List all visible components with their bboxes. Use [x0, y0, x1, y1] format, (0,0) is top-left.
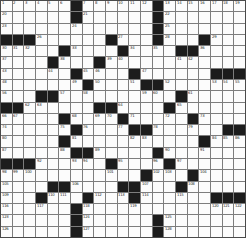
crossword-cell[interactable] [24, 12, 35, 22]
crossword-cell[interactable] [83, 114, 94, 124]
crossword-cell[interactable] [36, 170, 47, 180]
crossword-cell[interactable] [106, 91, 117, 101]
crossword-cell[interactable] [153, 204, 164, 214]
crossword-cell[interactable]: 65 [176, 103, 187, 113]
crossword-cell[interactable] [106, 227, 117, 237]
crossword-cell[interactable]: 91 [199, 148, 210, 158]
crossword-cell[interactable] [94, 136, 105, 146]
crossword-cell[interactable]: 47 [141, 69, 152, 79]
crossword-cell[interactable] [234, 35, 245, 45]
crossword-cell[interactable] [164, 125, 175, 135]
crossword-cell[interactable] [13, 80, 24, 90]
crossword-cell[interactable]: 109 [1, 193, 12, 203]
crossword-cell[interactable] [211, 46, 222, 56]
crossword-cell[interactable] [36, 24, 47, 34]
crossword-cell[interactable]: 44 [48, 69, 59, 79]
crossword-cell[interactable]: 62 [24, 103, 35, 113]
crossword-cell[interactable]: 48 [1, 80, 12, 90]
crossword-cell[interactable]: 23 [1, 24, 12, 34]
crossword-cell[interactable] [13, 204, 24, 214]
crossword-cell[interactable] [153, 193, 164, 203]
crossword-cell[interactable] [153, 57, 164, 67]
crossword-cell[interactable]: 113 [118, 193, 129, 203]
crossword-cell[interactable]: 7 [83, 1, 94, 11]
crossword-cell[interactable]: 59 [141, 91, 152, 101]
crossword-cell[interactable] [141, 215, 152, 225]
crossword-cell[interactable] [59, 159, 70, 169]
crossword-cell[interactable]: 20 [1, 12, 12, 22]
crossword-cell[interactable] [129, 170, 140, 180]
crossword-cell[interactable] [94, 215, 105, 225]
crossword-cell[interactable] [24, 193, 35, 203]
crossword-cell[interactable] [36, 182, 47, 192]
crossword-cell[interactable] [118, 91, 129, 101]
crossword-cell[interactable]: 64 [118, 103, 129, 113]
crossword-cell[interactable]: 88 [59, 148, 70, 158]
crossword-cell[interactable] [59, 69, 70, 79]
crossword-cell[interactable] [129, 57, 140, 67]
crossword-cell[interactable] [71, 193, 82, 203]
crossword-cell[interactable]: 9 [106, 1, 117, 11]
crossword-cell[interactable]: 124 [83, 215, 94, 225]
crossword-cell[interactable] [94, 227, 105, 237]
crossword-cell[interactable]: 32 [24, 46, 35, 56]
crossword-cell[interactable] [13, 193, 24, 203]
crossword-cell[interactable] [164, 204, 175, 214]
crossword-cell[interactable] [36, 114, 47, 124]
crossword-cell[interactable] [118, 148, 129, 158]
crossword-cell[interactable] [199, 80, 210, 90]
crossword-cell[interactable]: 121 [223, 204, 234, 214]
crossword-cell[interactable] [106, 12, 117, 22]
crossword-cell[interactable] [188, 136, 199, 146]
crossword-cell[interactable] [118, 80, 129, 90]
crossword-cell[interactable]: 119 [129, 204, 140, 214]
crossword-cell[interactable] [176, 12, 187, 22]
crossword-cell[interactable] [36, 125, 47, 135]
crossword-cell[interactable] [176, 24, 187, 34]
crossword-cell[interactable] [188, 103, 199, 113]
crossword-cell[interactable]: 105 [1, 182, 12, 192]
crossword-cell[interactable] [223, 170, 234, 180]
crossword-cell[interactable] [211, 215, 222, 225]
crossword-cell[interactable] [176, 114, 187, 124]
crossword-cell[interactable]: 53 [211, 80, 222, 90]
crossword-cell[interactable] [48, 12, 59, 22]
crossword-cell[interactable] [94, 24, 105, 34]
crossword-cell[interactable]: 16 [199, 1, 210, 11]
crossword-cell[interactable]: 6 [59, 1, 70, 11]
crossword-cell[interactable] [36, 12, 47, 22]
crossword-cell[interactable] [188, 69, 199, 79]
crossword-cell[interactable] [48, 215, 59, 225]
crossword-cell[interactable] [24, 80, 35, 90]
crossword-cell[interactable] [13, 125, 24, 135]
crossword-cell[interactable] [199, 204, 210, 214]
crossword-cell[interactable]: 128 [164, 227, 175, 237]
crossword-cell[interactable] [223, 148, 234, 158]
crossword-cell[interactable] [153, 114, 164, 124]
crossword-cell[interactable]: 100 [24, 170, 35, 180]
crossword-cell[interactable]: 42 [188, 57, 199, 67]
crossword-cell[interactable] [13, 215, 24, 225]
crossword-cell[interactable] [94, 35, 105, 45]
crossword-cell[interactable]: 68 [71, 114, 82, 124]
crossword-cell[interactable]: 37 [1, 57, 12, 67]
crossword-cell[interactable]: 55 [234, 80, 245, 90]
crossword-cell[interactable] [71, 103, 82, 113]
crossword-cell[interactable] [24, 148, 35, 158]
crossword-cell[interactable] [141, 35, 152, 45]
crossword-cell[interactable] [24, 114, 35, 124]
crossword-cell[interactable] [211, 12, 222, 22]
crossword-cell[interactable]: 122 [234, 204, 245, 214]
crossword-cell[interactable]: 41 [176, 57, 187, 67]
crossword-cell[interactable] [106, 136, 117, 146]
crossword-cell[interactable] [199, 182, 210, 192]
crossword-cell[interactable]: 82 [129, 136, 140, 146]
crossword-cell[interactable] [24, 91, 35, 101]
crossword-cell[interactable] [176, 136, 187, 146]
crossword-cell[interactable] [59, 227, 70, 237]
crossword-cell[interactable]: 3 [24, 1, 35, 11]
crossword-cell[interactable] [141, 103, 152, 113]
crossword-cell[interactable] [13, 182, 24, 192]
crossword-cell[interactable] [188, 227, 199, 237]
crossword-cell[interactable] [141, 114, 152, 124]
crossword-cell[interactable] [141, 12, 152, 22]
crossword-cell[interactable]: 8 [94, 1, 105, 11]
crossword-cell[interactable] [234, 148, 245, 158]
crossword-cell[interactable] [129, 103, 140, 113]
crossword-cell[interactable]: 10 [118, 1, 129, 11]
crossword-cell[interactable]: 19 [234, 1, 245, 11]
crossword-cell[interactable]: 79 [188, 125, 199, 135]
crossword-cell[interactable] [234, 182, 245, 192]
crossword-cell[interactable] [24, 182, 35, 192]
crossword-cell[interactable] [211, 125, 222, 135]
crossword-cell[interactable] [164, 182, 175, 192]
crossword-cell[interactable]: 11 [129, 1, 140, 11]
crossword-cell[interactable]: 70 [106, 114, 117, 124]
crossword-cell[interactable]: 29 [211, 35, 222, 45]
crossword-cell[interactable] [83, 24, 94, 34]
crossword-cell[interactable] [223, 159, 234, 169]
crossword-cell[interactable]: 43 [1, 69, 12, 79]
crossword-cell[interactable]: 36 [199, 46, 210, 56]
crossword-cell[interactable] [83, 46, 94, 56]
crossword-cell[interactable] [164, 46, 175, 56]
crossword-cell[interactable]: 13 [164, 1, 175, 11]
crossword-cell[interactable] [153, 182, 164, 192]
crossword-cell[interactable] [199, 24, 210, 34]
crossword-cell[interactable] [211, 182, 222, 192]
crossword-cell[interactable]: 114 [141, 193, 152, 203]
crossword-cell[interactable] [223, 182, 234, 192]
crossword-cell[interactable] [71, 35, 82, 45]
crossword-cell[interactable] [94, 159, 105, 169]
crossword-cell[interactable] [164, 136, 175, 146]
crossword-cell[interactable] [48, 125, 59, 135]
crossword-cell[interactable] [94, 204, 105, 214]
crossword-cell[interactable]: 86 [234, 136, 245, 146]
crossword-cell[interactable] [188, 80, 199, 90]
crossword-cell[interactable] [83, 57, 94, 67]
crossword-cell[interactable] [24, 24, 35, 34]
crossword-cell[interactable]: 80 [1, 136, 12, 146]
crossword-cell[interactable] [164, 57, 175, 67]
crossword-cell[interactable]: 26 [36, 35, 47, 45]
crossword-cell[interactable] [234, 12, 245, 22]
crossword-cell[interactable] [106, 80, 117, 90]
crossword-cell[interactable]: 30 [1, 46, 12, 56]
crossword-cell[interactable] [48, 159, 59, 169]
crossword-cell[interactable]: 96 [153, 159, 164, 169]
crossword-cell[interactable] [129, 24, 140, 34]
crossword-cell[interactable] [48, 46, 59, 56]
crossword-cell[interactable]: 2 [13, 1, 24, 11]
crossword-cell[interactable] [106, 215, 117, 225]
crossword-cell[interactable]: 54 [223, 80, 234, 90]
crossword-cell[interactable] [48, 103, 59, 113]
crossword-cell[interactable] [199, 103, 210, 113]
crossword-cell[interactable]: 45 [83, 69, 94, 79]
crossword-cell[interactable] [234, 114, 245, 124]
crossword-cell[interactable]: 72 [164, 114, 175, 124]
crossword-cell[interactable] [153, 136, 164, 146]
crossword-cell[interactable] [188, 148, 199, 158]
crossword-cell[interactable] [83, 170, 94, 180]
crossword-cell[interactable]: 99 [13, 170, 24, 180]
crossword-cell[interactable]: 92 [36, 159, 47, 169]
crossword-cell[interactable] [94, 125, 105, 135]
crossword-cell[interactable]: 77 [118, 125, 129, 135]
crossword-cell[interactable]: 126 [1, 227, 12, 237]
crossword-cell[interactable] [83, 35, 94, 45]
crossword-cell[interactable] [118, 12, 129, 22]
crossword-cell[interactable] [141, 159, 152, 169]
crossword-cell[interactable]: 50 [94, 80, 105, 90]
crossword-cell[interactable] [211, 148, 222, 158]
crossword-cell[interactable] [59, 24, 70, 34]
crossword-cell[interactable]: 40 [118, 57, 129, 67]
crossword-cell[interactable] [48, 35, 59, 45]
crossword-cell[interactable] [211, 159, 222, 169]
crossword-cell[interactable]: 83 [141, 136, 152, 146]
crossword-cell[interactable] [129, 227, 140, 237]
crossword-cell[interactable]: 120 [211, 204, 222, 214]
crossword-cell[interactable] [48, 227, 59, 237]
crossword-cell[interactable] [141, 46, 152, 56]
crossword-cell[interactable]: 61 [188, 91, 199, 101]
crossword-cell[interactable]: 17 [211, 1, 222, 11]
crossword-cell[interactable] [59, 12, 70, 22]
crossword-cell[interactable]: 123 [1, 215, 12, 225]
crossword-cell[interactable]: 78 [153, 125, 164, 135]
crossword-cell[interactable] [106, 204, 117, 214]
crossword-cell[interactable] [118, 215, 129, 225]
crossword-cell[interactable] [59, 215, 70, 225]
crossword-cell[interactable] [129, 91, 140, 101]
crossword-cell[interactable] [71, 57, 82, 67]
crossword-cell[interactable] [234, 170, 245, 180]
crossword-cell[interactable] [211, 24, 222, 34]
crossword-cell[interactable] [118, 204, 129, 214]
crossword-cell[interactable] [13, 148, 24, 158]
crossword-cell[interactable]: 56 [1, 91, 12, 101]
crossword-cell[interactable]: 112 [94, 193, 105, 203]
crossword-cell[interactable]: 74 [1, 125, 12, 135]
crossword-cell[interactable] [129, 159, 140, 169]
crossword-cell[interactable]: 12 [141, 1, 152, 11]
crossword-cell[interactable] [129, 215, 140, 225]
crossword-cell[interactable] [106, 69, 117, 79]
crossword-cell[interactable] [24, 57, 35, 67]
crossword-cell[interactable] [106, 193, 117, 203]
crossword-cell[interactable]: 76 [83, 125, 94, 135]
crossword-cell[interactable] [234, 227, 245, 237]
crossword-cell[interactable] [94, 91, 105, 101]
crossword-cell[interactable] [199, 215, 210, 225]
crossword-cell[interactable]: 15 [188, 1, 199, 11]
crossword-cell[interactable] [176, 204, 187, 214]
crossword-cell[interactable] [83, 182, 94, 192]
crossword-cell[interactable] [13, 69, 24, 79]
crossword-cell[interactable]: 57 [59, 91, 70, 101]
crossword-cell[interactable] [129, 12, 140, 22]
crossword-cell[interactable] [141, 227, 152, 237]
crossword-cell[interactable] [188, 12, 199, 22]
crossword-cell[interactable]: 85 [223, 136, 234, 146]
crossword-cell[interactable] [94, 170, 105, 180]
crossword-cell[interactable] [188, 193, 199, 203]
crossword-cell[interactable]: 25 [164, 24, 175, 34]
crossword-cell[interactable] [223, 12, 234, 22]
crossword-cell[interactable]: 104 [199, 170, 210, 180]
crossword-cell[interactable]: 81 [71, 136, 82, 146]
crossword-cell[interactable]: 110 [48, 193, 59, 203]
crossword-cell[interactable]: 116 [1, 204, 12, 214]
crossword-cell[interactable] [118, 136, 129, 146]
crossword-cell[interactable] [234, 103, 245, 113]
crossword-cell[interactable] [36, 46, 47, 56]
crossword-cell[interactable]: 115 [176, 193, 187, 203]
crossword-cell[interactable] [24, 215, 35, 225]
crossword-cell[interactable] [234, 91, 245, 101]
crossword-cell[interactable]: 51 [129, 80, 140, 90]
crossword-cell[interactable] [36, 57, 47, 67]
crossword-cell[interactable]: 22 [164, 12, 175, 22]
crossword-cell[interactable]: 66 [1, 114, 12, 124]
crossword-cell[interactable]: 14 [176, 1, 187, 11]
crossword-cell[interactable] [24, 69, 35, 79]
crossword-cell[interactable] [48, 204, 59, 214]
crossword-cell[interactable] [94, 46, 105, 56]
crossword-cell[interactable] [59, 35, 70, 45]
crossword-cell[interactable] [71, 170, 82, 180]
crossword-cell[interactable] [36, 215, 47, 225]
crossword-cell[interactable]: 103 [164, 170, 175, 180]
crossword-cell[interactable] [176, 125, 187, 135]
crossword-cell[interactable] [223, 57, 234, 67]
crossword-cell[interactable] [199, 12, 210, 22]
crossword-cell[interactable] [48, 136, 59, 146]
crossword-cell[interactable] [188, 204, 199, 214]
crossword-cell[interactable] [106, 148, 117, 158]
crossword-cell[interactable] [24, 136, 35, 146]
crossword-cell[interactable] [24, 125, 35, 135]
crossword-cell[interactable] [36, 227, 47, 237]
crossword-cell[interactable] [13, 57, 24, 67]
crossword-cell[interactable] [199, 227, 210, 237]
crossword-cell[interactable] [36, 148, 47, 158]
crossword-cell[interactable] [129, 35, 140, 45]
crossword-cell[interactable] [94, 182, 105, 192]
crossword-cell[interactable] [36, 136, 47, 146]
crossword-cell[interactable]: 97 [176, 159, 187, 169]
crossword-cell[interactable]: 5 [48, 1, 59, 11]
crossword-cell[interactable]: 107 [141, 182, 152, 192]
crossword-cell[interactable] [153, 103, 164, 113]
crossword-cell[interactable]: 125 [164, 215, 175, 225]
crossword-cell[interactable]: 94 [83, 159, 94, 169]
crossword-cell[interactable]: 46 [94, 69, 105, 79]
crossword-cell[interactable]: 1 [1, 1, 12, 11]
crossword-cell[interactable] [211, 57, 222, 67]
crossword-cell[interactable] [199, 69, 210, 79]
crossword-cell[interactable] [118, 170, 129, 180]
crossword-cell[interactable] [118, 227, 129, 237]
crossword-cell[interactable]: 18 [223, 1, 234, 11]
crossword-cell[interactable] [211, 170, 222, 180]
crossword-cell[interactable] [234, 57, 245, 67]
crossword-cell[interactable] [223, 103, 234, 113]
crossword-cell[interactable] [223, 227, 234, 237]
crossword-cell[interactable] [199, 91, 210, 101]
crossword-cell[interactable] [223, 114, 234, 124]
crossword-cell[interactable]: 63 [36, 103, 47, 113]
crossword-cell[interactable] [188, 215, 199, 225]
crossword-cell[interactable]: 71 [129, 114, 140, 124]
crossword-cell[interactable]: 73 [199, 114, 210, 124]
crossword-cell[interactable] [223, 91, 234, 101]
crossword-cell[interactable] [48, 24, 59, 34]
crossword-cell[interactable]: 33 [71, 46, 82, 56]
crossword-cell[interactable]: 38 [59, 57, 70, 67]
crossword-cell[interactable] [141, 57, 152, 67]
crossword-cell[interactable]: 84 [211, 136, 222, 146]
crossword-cell[interactable] [48, 114, 59, 124]
crossword-cell[interactable]: 89 [94, 148, 105, 158]
crossword-cell[interactable] [176, 35, 187, 45]
crossword-cell[interactable] [106, 46, 117, 56]
crossword-cell[interactable] [36, 69, 47, 79]
crossword-cell[interactable] [199, 159, 210, 169]
crossword-cell[interactable]: 75 [59, 125, 70, 135]
crossword-cell[interactable] [188, 159, 199, 169]
crossword-cell[interactable] [211, 227, 222, 237]
crossword-cell[interactable] [176, 148, 187, 158]
crossword-cell[interactable]: 31 [13, 46, 24, 56]
crossword-cell[interactable]: 118 [83, 204, 94, 214]
crossword-cell[interactable]: 58 [83, 91, 94, 101]
crossword-cell[interactable] [223, 24, 234, 34]
crossword-cell[interactable] [223, 46, 234, 56]
crossword-cell[interactable] [48, 80, 59, 90]
crossword-cell[interactable] [13, 12, 24, 22]
crossword-cell[interactable] [223, 215, 234, 225]
crossword-cell[interactable] [234, 24, 245, 34]
